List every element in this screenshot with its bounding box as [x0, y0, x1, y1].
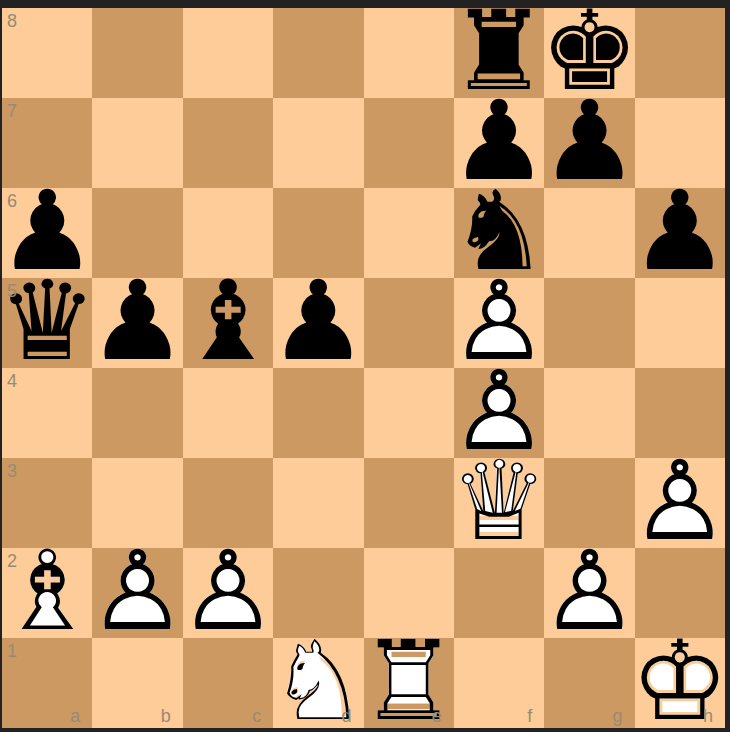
square-f5[interactable]: ♟♙	[454, 278, 544, 368]
square-a4[interactable]: 4	[2, 368, 92, 458]
white-piece-outline-glyph-icon: ♙	[92, 546, 182, 636]
file-label-f: f	[527, 707, 532, 725]
piece-white-pawn[interactable]: ♟♙	[183, 548, 273, 638]
piece-black-pawn[interactable]: ♟	[273, 278, 363, 368]
square-e3[interactable]	[364, 458, 454, 548]
piece-white-pawn[interactable]: ♟♙	[454, 368, 544, 458]
square-d8[interactable]	[273, 8, 363, 98]
square-a2[interactable]: 2♝♗	[2, 548, 92, 638]
square-f1[interactable]: f	[454, 638, 544, 728]
square-f3[interactable]: ♛♕	[454, 458, 544, 548]
white-piece-outline-glyph-icon: ♕	[454, 456, 544, 546]
white-piece-fill-glyph-icon: ♚	[635, 636, 725, 726]
white-piece-fill-glyph-icon: ♟	[454, 366, 544, 456]
black-piece-glyph-icon: ♟	[273, 276, 363, 366]
square-b8[interactable]	[92, 8, 182, 98]
rank-label-8: 8	[7, 12, 17, 30]
white-piece-outline-glyph-icon: ♔	[635, 636, 725, 726]
square-h5[interactable]	[635, 278, 725, 368]
square-a1[interactable]: 1a	[2, 638, 92, 728]
black-piece-glyph-icon: ♟	[454, 96, 544, 186]
piece-black-pawn[interactable]: ♟	[2, 188, 92, 278]
white-piece-fill-glyph-icon: ♝	[2, 546, 92, 636]
square-f8[interactable]: ♜	[454, 8, 544, 98]
chessboard-frame: 8♜♚7♟♟6♟♞♟5♛♟♝♟♟♙4♟♙3♛♕♟♙2♝♗♟♙♟♙♟♙1abcd♞…	[0, 0, 730, 732]
square-c7[interactable]	[183, 98, 273, 188]
white-piece-outline-glyph-icon: ♘	[273, 636, 363, 726]
square-e4[interactable]	[364, 368, 454, 458]
square-a8[interactable]: 8	[2, 8, 92, 98]
piece-white-pawn[interactable]: ♟♙	[92, 548, 182, 638]
white-piece-fill-glyph-icon: ♟	[92, 546, 182, 636]
white-piece-outline-glyph-icon: ♙	[454, 276, 544, 366]
square-b3[interactable]	[92, 458, 182, 548]
piece-black-rook[interactable]: ♜	[454, 8, 544, 98]
square-c8[interactable]	[183, 8, 273, 98]
square-b4[interactable]	[92, 368, 182, 458]
square-c5[interactable]: ♝	[183, 278, 273, 368]
square-c6[interactable]	[183, 188, 273, 278]
square-b1[interactable]: b	[92, 638, 182, 728]
white-piece-outline-glyph-icon: ♙	[635, 456, 725, 546]
file-label-c: c	[252, 707, 261, 725]
black-piece-glyph-icon: ♜	[454, 6, 544, 96]
white-piece-fill-glyph-icon: ♟	[544, 546, 634, 636]
square-d6[interactable]	[273, 188, 363, 278]
piece-black-queen[interactable]: ♛	[2, 278, 92, 368]
square-a5[interactable]: 5♛	[2, 278, 92, 368]
white-piece-fill-glyph-icon: ♟	[183, 546, 273, 636]
rank-label-7: 7	[7, 102, 17, 120]
piece-black-knight[interactable]: ♞	[454, 188, 544, 278]
square-c1[interactable]: c	[183, 638, 273, 728]
square-a3[interactable]: 3	[2, 458, 92, 548]
square-e5[interactable]	[364, 278, 454, 368]
black-piece-glyph-icon: ♟	[544, 96, 634, 186]
white-piece-outline-glyph-icon: ♙	[454, 366, 544, 456]
piece-white-pawn[interactable]: ♟♙	[635, 458, 725, 548]
square-g8[interactable]: ♚	[544, 8, 634, 98]
piece-black-pawn[interactable]: ♟	[544, 98, 634, 188]
piece-white-pawn[interactable]: ♟♙	[544, 548, 634, 638]
square-e8[interactable]	[364, 8, 454, 98]
square-h3[interactable]: ♟♙	[635, 458, 725, 548]
square-h7[interactable]	[635, 98, 725, 188]
piece-black-pawn[interactable]: ♟	[92, 278, 182, 368]
piece-white-rook[interactable]: ♜♖	[364, 638, 454, 728]
square-a7[interactable]: 7	[2, 98, 92, 188]
piece-black-pawn[interactable]: ♟	[454, 98, 544, 188]
black-piece-glyph-icon: ♛	[2, 276, 92, 366]
white-piece-outline-glyph-icon: ♙	[183, 546, 273, 636]
piece-black-pawn[interactable]: ♟	[635, 188, 725, 278]
square-e1[interactable]: e♜♖	[364, 638, 454, 728]
square-g3[interactable]	[544, 458, 634, 548]
square-f2[interactable]	[454, 548, 544, 638]
square-b7[interactable]	[92, 98, 182, 188]
square-g4[interactable]	[544, 368, 634, 458]
white-piece-outline-glyph-icon: ♗	[2, 546, 92, 636]
rank-label-4: 4	[7, 372, 17, 390]
piece-white-king[interactable]: ♚♔	[635, 638, 725, 728]
piece-white-queen[interactable]: ♛♕	[454, 458, 544, 548]
white-piece-fill-glyph-icon: ♞	[273, 636, 363, 726]
square-h1[interactable]: h♚♔	[635, 638, 725, 728]
file-label-b: b	[161, 707, 171, 725]
square-d3[interactable]	[273, 458, 363, 548]
piece-white-bishop[interactable]: ♝♗	[2, 548, 92, 638]
square-b5[interactable]: ♟	[92, 278, 182, 368]
square-e6[interactable]	[364, 188, 454, 278]
square-g6[interactable]	[544, 188, 634, 278]
black-piece-glyph-icon: ♟	[92, 276, 182, 366]
black-piece-glyph-icon: ♞	[454, 186, 544, 276]
square-g7[interactable]: ♟	[544, 98, 634, 188]
white-piece-fill-glyph-icon: ♟	[635, 456, 725, 546]
square-e7[interactable]	[364, 98, 454, 188]
square-f7[interactable]: ♟	[454, 98, 544, 188]
square-h2[interactable]	[635, 548, 725, 638]
square-h4[interactable]	[635, 368, 725, 458]
white-piece-outline-glyph-icon: ♙	[544, 546, 634, 636]
square-h6[interactable]: ♟	[635, 188, 725, 278]
square-d4[interactable]	[273, 368, 363, 458]
square-d1[interactable]: d♞♘	[273, 638, 363, 728]
square-a6[interactable]: 6♟	[2, 188, 92, 278]
square-d7[interactable]	[273, 98, 363, 188]
black-piece-glyph-icon: ♚	[544, 6, 634, 96]
square-d5[interactable]: ♟	[273, 278, 363, 368]
piece-white-pawn[interactable]: ♟♙	[454, 278, 544, 368]
square-g5[interactable]	[544, 278, 634, 368]
square-e2[interactable]	[364, 548, 454, 638]
black-piece-glyph-icon: ♟	[2, 186, 92, 276]
file-label-a: a	[70, 707, 80, 725]
square-f6[interactable]: ♞	[454, 188, 544, 278]
piece-black-king[interactable]: ♚	[544, 8, 634, 98]
square-h8[interactable]	[635, 8, 725, 98]
square-b6[interactable]	[92, 188, 182, 278]
square-b2[interactable]: ♟♙	[92, 548, 182, 638]
square-g2[interactable]: ♟♙	[544, 548, 634, 638]
white-piece-fill-glyph-icon: ♛	[454, 456, 544, 546]
piece-black-bishop[interactable]: ♝	[183, 278, 273, 368]
square-f4[interactable]: ♟♙	[454, 368, 544, 458]
white-piece-fill-glyph-icon: ♟	[454, 276, 544, 366]
piece-white-knight[interactable]: ♞♘	[273, 638, 363, 728]
square-c3[interactable]	[183, 458, 273, 548]
square-g1[interactable]: g	[544, 638, 634, 728]
rank-label-1: 1	[7, 642, 17, 660]
chess-board: 8♜♚7♟♟6♟♞♟5♛♟♝♟♟♙4♟♙3♛♕♟♙2♝♗♟♙♟♙♟♙1abcd♞…	[2, 8, 725, 728]
square-d2[interactable]	[273, 548, 363, 638]
white-piece-outline-glyph-icon: ♖	[364, 636, 454, 726]
square-c2[interactable]: ♟♙	[183, 548, 273, 638]
white-piece-fill-glyph-icon: ♜	[364, 636, 454, 726]
black-piece-glyph-icon: ♝	[183, 276, 273, 366]
rank-label-3: 3	[7, 462, 17, 480]
square-c4[interactable]	[183, 368, 273, 458]
file-label-g: g	[613, 707, 623, 725]
black-piece-glyph-icon: ♟	[635, 186, 725, 276]
